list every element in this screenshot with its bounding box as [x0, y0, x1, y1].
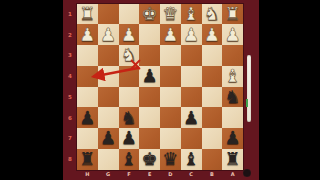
square-a6[interactable]: [222, 107, 243, 128]
file-label: A: [222, 170, 243, 179]
piece-black-pawn: ♟: [181, 107, 202, 128]
rank-label: 6: [63, 107, 77, 128]
piece-white-knight: ♞: [119, 45, 140, 66]
piece-black-pawn: ♟: [119, 128, 140, 149]
square-h8[interactable]: ♜: [77, 149, 98, 170]
square-b2[interactable]: ♟: [202, 24, 223, 45]
piece-white-pawn: ♟: [119, 24, 140, 45]
square-h7[interactable]: [77, 128, 98, 149]
piece-white-knight: ♞: [202, 4, 223, 25]
piece-white-rook: ♜: [77, 4, 98, 25]
square-c3[interactable]: [181, 45, 202, 66]
square-c2[interactable]: ♟: [181, 24, 202, 45]
square-a4[interactable]: ♝: [222, 66, 243, 87]
square-h5[interactable]: [77, 87, 98, 108]
square-e6[interactable]: [139, 107, 160, 128]
file-label: B: [202, 170, 223, 179]
square-c4[interactable]: [181, 66, 202, 87]
piece-white-queen: ♛: [160, 4, 181, 25]
piece-white-bishop: ♝: [222, 66, 243, 87]
square-f2[interactable]: ♟: [119, 24, 140, 45]
piece-white-pawn: ♟: [202, 24, 223, 45]
square-e3[interactable]: [139, 45, 160, 66]
piece-white-pawn: ♟: [181, 24, 202, 45]
square-e2[interactable]: [139, 24, 160, 45]
square-f1[interactable]: [119, 4, 140, 25]
square-e5[interactable]: [139, 87, 160, 108]
scrollbar-thumb[interactable]: [247, 55, 251, 122]
square-f8[interactable]: ♝: [119, 149, 140, 170]
square-h4[interactable]: [77, 66, 98, 87]
rank-label: 4: [63, 66, 77, 87]
square-c8[interactable]: ♝: [181, 149, 202, 170]
file-labels: HGFEDCBA: [77, 170, 243, 179]
square-d4[interactable]: [160, 66, 181, 87]
square-c5[interactable]: [181, 87, 202, 108]
corner-icon[interactable]: [243, 169, 251, 177]
square-g7[interactable]: ♟: [98, 128, 119, 149]
piece-black-bishop: ♝: [181, 149, 202, 170]
square-e4[interactable]: ♟: [139, 66, 160, 87]
piece-white-rook: ♜: [222, 4, 243, 25]
square-h2[interactable]: ♟: [77, 24, 98, 45]
file-label: D: [160, 170, 181, 179]
scrollbar-marker: [246, 99, 248, 107]
square-b7[interactable]: [202, 128, 223, 149]
square-g8[interactable]: [98, 149, 119, 170]
file-label: G: [98, 170, 119, 179]
file-label: C: [181, 170, 202, 179]
piece-white-pawn: ♟: [98, 24, 119, 45]
piece-white-pawn: ♟: [222, 24, 243, 45]
chess-app-stage: 12345678 ♜♚♛♝♞♜♟♟♟♟♟♟♟♞♟♝♞♟♞♟♟♟♟♜♝♚♛♝♜ H…: [63, 0, 259, 180]
piece-black-rook: ♜: [222, 149, 243, 170]
piece-white-king: ♚: [139, 4, 160, 25]
rank-label: 3: [63, 45, 77, 66]
square-a3[interactable]: [222, 45, 243, 66]
rank-label: 2: [63, 24, 77, 45]
piece-black-knight: ♞: [119, 107, 140, 128]
square-g3[interactable]: [98, 45, 119, 66]
square-c7[interactable]: [181, 128, 202, 149]
rank-labels: 12345678: [63, 4, 77, 170]
square-c6[interactable]: ♟: [181, 107, 202, 128]
rank-label: 1: [63, 4, 77, 25]
square-g4[interactable]: [98, 66, 119, 87]
square-a7[interactable]: ♟: [222, 128, 243, 149]
piece-black-pawn: ♟: [222, 128, 243, 149]
square-d1[interactable]: ♛: [160, 4, 181, 25]
square-g1[interactable]: [98, 4, 119, 25]
square-e7[interactable]: [139, 128, 160, 149]
letterbox-left: [0, 0, 63, 180]
square-b3[interactable]: [202, 45, 223, 66]
square-h1[interactable]: ♜: [77, 4, 98, 25]
square-f5[interactable]: [119, 87, 140, 108]
square-c1[interactable]: ♝: [181, 4, 202, 25]
square-b8[interactable]: [202, 149, 223, 170]
square-f7[interactable]: ♟: [119, 128, 140, 149]
piece-white-pawn: ♟: [77, 24, 98, 45]
square-d7[interactable]: [160, 128, 181, 149]
square-d2[interactable]: ♟: [160, 24, 181, 45]
piece-black-pawn: ♟: [139, 66, 160, 87]
square-h3[interactable]: [77, 45, 98, 66]
piece-black-knight: ♞: [222, 87, 243, 108]
square-b1[interactable]: ♞: [202, 4, 223, 25]
square-g6[interactable]: [98, 107, 119, 128]
square-b4[interactable]: [202, 66, 223, 87]
chess-board: ♜♚♛♝♞♜♟♟♟♟♟♟♟♞♟♝♞♟♞♟♟♟♟♜♝♚♛♝♜: [77, 4, 243, 170]
square-d6[interactable]: [160, 107, 181, 128]
square-f6[interactable]: ♞: [119, 107, 140, 128]
square-e8[interactable]: ♚: [139, 149, 160, 170]
piece-white-pawn: ♟: [160, 24, 181, 45]
file-label: F: [119, 170, 140, 179]
rank-label: 8: [63, 149, 77, 170]
piece-black-pawn: ♟: [77, 107, 98, 128]
square-a5[interactable]: ♞: [222, 87, 243, 108]
piece-black-rook: ♜: [77, 149, 98, 170]
square-d5[interactable]: [160, 87, 181, 108]
piece-black-king: ♚: [139, 149, 160, 170]
piece-black-bishop: ♝: [119, 149, 140, 170]
square-f3[interactable]: ♞: [119, 45, 140, 66]
square-a8[interactable]: ♜: [222, 149, 243, 170]
square-f4[interactable]: [119, 66, 140, 87]
letterbox-right: [259, 0, 320, 180]
square-g2[interactable]: ♟: [98, 24, 119, 45]
file-label: E: [139, 170, 160, 179]
piece-white-bishop: ♝: [181, 4, 202, 25]
square-b6[interactable]: [202, 107, 223, 128]
rank-label: 7: [63, 128, 77, 149]
square-g5[interactable]: [98, 87, 119, 108]
square-d3[interactable]: [160, 45, 181, 66]
file-label: H: [77, 170, 98, 179]
square-a2[interactable]: ♟: [222, 24, 243, 45]
rank-label: 5: [63, 87, 77, 108]
square-h6[interactable]: ♟: [77, 107, 98, 128]
square-d8[interactable]: ♛: [160, 149, 181, 170]
square-e1[interactable]: ♚: [139, 4, 160, 25]
square-a1[interactable]: ♜: [222, 4, 243, 25]
piece-black-pawn: ♟: [98, 128, 119, 149]
piece-black-queen: ♛: [160, 149, 181, 170]
square-b5[interactable]: [202, 87, 223, 108]
